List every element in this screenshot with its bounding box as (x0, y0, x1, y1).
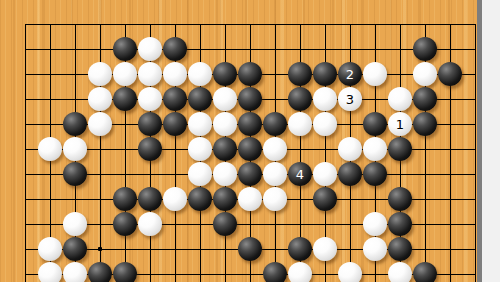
black-stone (288, 87, 312, 111)
black-stone (213, 212, 237, 236)
white-stone (238, 187, 262, 211)
black-stone (388, 187, 412, 211)
white-stone (338, 262, 362, 282)
black-stone (213, 187, 237, 211)
black-stone (113, 37, 137, 61)
black-stone (413, 87, 437, 111)
white-stone (413, 62, 437, 86)
white-stone (138, 212, 162, 236)
white-stone (288, 262, 312, 282)
black-stone (63, 162, 87, 186)
white-stone (313, 112, 337, 136)
white-stone (63, 212, 87, 236)
white-stone (288, 112, 312, 136)
black-stone (113, 87, 137, 111)
white-stone (63, 262, 87, 282)
white-stone (263, 187, 287, 211)
black-stone (138, 187, 162, 211)
white-stone (38, 237, 62, 261)
black-stone (313, 187, 337, 211)
black-stone (113, 262, 137, 282)
black-stone: 4 (288, 162, 312, 186)
black-stone (63, 237, 87, 261)
black-stone (138, 112, 162, 136)
black-stone (163, 112, 187, 136)
black-stone (238, 62, 262, 86)
white-stone (313, 87, 337, 111)
white-stone (388, 87, 412, 111)
black-stone (188, 87, 212, 111)
black-stone (238, 162, 262, 186)
white-stone (138, 62, 162, 86)
white-stone (263, 162, 287, 186)
white-stone (363, 62, 387, 86)
black-stone (363, 112, 387, 136)
move-number-label: 3 (346, 93, 354, 106)
white-stone: 1 (388, 112, 412, 136)
black-stone (313, 62, 337, 86)
black-stone (288, 237, 312, 261)
white-stone (313, 237, 337, 261)
black-stone (238, 112, 262, 136)
black-stone (388, 137, 412, 161)
move-number-label: 1 (396, 118, 404, 131)
white-stone (388, 262, 412, 282)
white-stone (163, 187, 187, 211)
white-stone (188, 112, 212, 136)
black-stone (238, 137, 262, 161)
white-stone (363, 137, 387, 161)
star-point (98, 247, 102, 251)
black-stone (138, 137, 162, 161)
go-diagram-screen: 2314 (0, 0, 500, 282)
go-board: 2314 (0, 0, 482, 282)
white-stone (313, 162, 337, 186)
black-stone (213, 62, 237, 86)
black-stone (88, 262, 112, 282)
white-stone (363, 212, 387, 236)
black-stone (113, 187, 137, 211)
white-stone (138, 37, 162, 61)
black-stone (113, 212, 137, 236)
black-stone (163, 87, 187, 111)
white-stone (38, 262, 62, 282)
black-stone (238, 87, 262, 111)
black-stone (238, 237, 262, 261)
white-stone (88, 112, 112, 136)
black-stone (363, 162, 387, 186)
white-stone (188, 62, 212, 86)
page-background-strip (482, 0, 500, 282)
black-stone (413, 37, 437, 61)
white-stone (263, 137, 287, 161)
black-stone (413, 112, 437, 136)
black-stone (63, 112, 87, 136)
white-stone (363, 237, 387, 261)
black-stone (288, 62, 312, 86)
black-stone (388, 237, 412, 261)
black-stone (163, 37, 187, 61)
white-stone (213, 112, 237, 136)
white-stone (88, 62, 112, 86)
white-stone (213, 87, 237, 111)
white-stone (113, 62, 137, 86)
move-number-label: 4 (296, 168, 304, 181)
white-stone: 3 (338, 87, 362, 111)
white-stone (213, 162, 237, 186)
white-stone (63, 137, 87, 161)
white-stone (188, 162, 212, 186)
white-stone (138, 87, 162, 111)
black-stone (413, 262, 437, 282)
move-number-label: 2 (346, 68, 354, 81)
white-stone (188, 137, 212, 161)
white-stone (338, 137, 362, 161)
black-stone (338, 162, 362, 186)
white-stone (88, 87, 112, 111)
black-stone (213, 137, 237, 161)
white-stone (163, 62, 187, 86)
black-stone (188, 187, 212, 211)
black-stone (438, 62, 462, 86)
black-stone (388, 212, 412, 236)
black-stone (263, 262, 287, 282)
black-stone (263, 112, 287, 136)
white-stone (38, 137, 62, 161)
black-stone: 2 (338, 62, 362, 86)
